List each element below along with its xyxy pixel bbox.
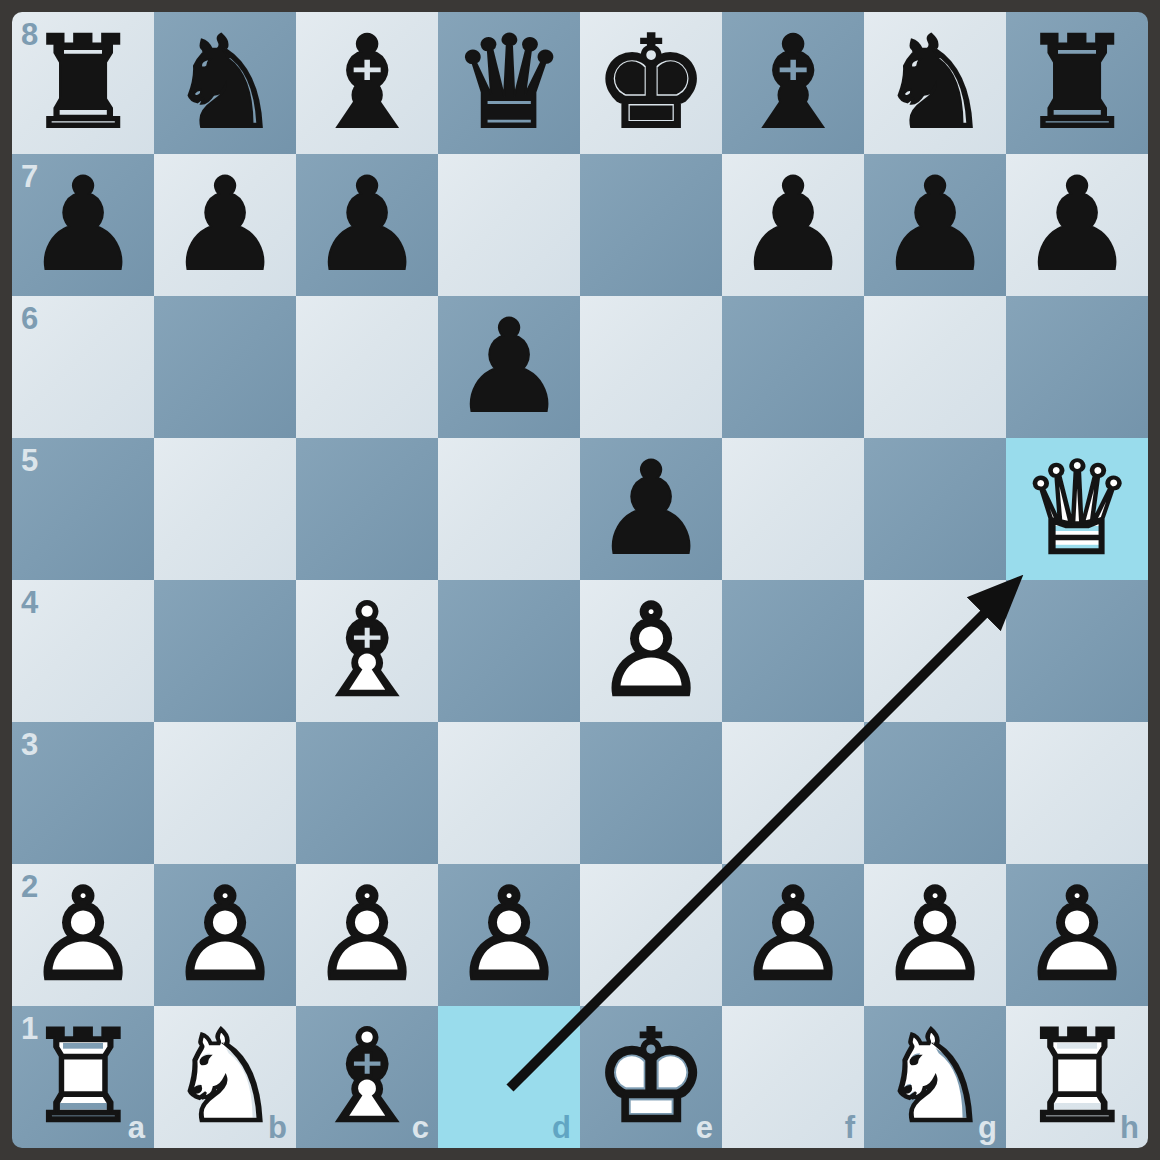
piece-white-pawn[interactable]: ♟♙ bbox=[296, 864, 438, 1006]
square-e2[interactable] bbox=[580, 864, 722, 1006]
square-f6[interactable] bbox=[722, 296, 864, 438]
piece-white-pawn[interactable]: ♟♙ bbox=[12, 864, 154, 1006]
piece-black-pawn[interactable]: ♟ bbox=[296, 154, 438, 296]
square-g8[interactable]: ♞ bbox=[864, 12, 1006, 154]
square-g7[interactable]: ♟ bbox=[864, 154, 1006, 296]
pawn-outline-icon: ♙ bbox=[1006, 864, 1148, 1006]
square-d2[interactable]: ♟♙ bbox=[438, 864, 580, 1006]
pawn-outline-icon: ♙ bbox=[864, 864, 1006, 1006]
square-e6[interactable] bbox=[580, 296, 722, 438]
square-c5[interactable] bbox=[296, 438, 438, 580]
square-b7[interactable]: ♟ bbox=[154, 154, 296, 296]
rook-outline-icon: ♖ bbox=[12, 1006, 154, 1148]
square-b5[interactable] bbox=[154, 438, 296, 580]
square-c6[interactable] bbox=[296, 296, 438, 438]
square-g1[interactable]: g♞♘ bbox=[864, 1006, 1006, 1148]
king-icon: ♚ bbox=[580, 12, 722, 154]
chess-board: 8♜♞♝♛♚♝♞♜7♟♟♟♟♟♟6♟5♟♛♕4♝♗♟♙32♟♙♟♙♟♙♟♙♟♙♟… bbox=[12, 12, 1148, 1148]
square-c4[interactable]: ♝♗ bbox=[296, 580, 438, 722]
square-d4[interactable] bbox=[438, 580, 580, 722]
square-f7[interactable]: ♟ bbox=[722, 154, 864, 296]
knight-outline-icon: ♘ bbox=[154, 1006, 296, 1148]
square-c3[interactable] bbox=[296, 722, 438, 864]
pawn-icon: ♟ bbox=[580, 438, 722, 580]
square-h2[interactable]: ♟♙ bbox=[1006, 864, 1148, 1006]
square-b3[interactable] bbox=[154, 722, 296, 864]
piece-black-rook[interactable]: ♜ bbox=[12, 12, 154, 154]
rank-label-3: 3 bbox=[21, 729, 38, 760]
square-g3[interactable] bbox=[864, 722, 1006, 864]
piece-black-knight[interactable]: ♞ bbox=[864, 12, 1006, 154]
piece-black-pawn[interactable]: ♟ bbox=[12, 154, 154, 296]
pawn-icon: ♟ bbox=[296, 154, 438, 296]
rank-label-4: 4 bbox=[21, 587, 38, 618]
square-c8[interactable]: ♝ bbox=[296, 12, 438, 154]
square-g5[interactable] bbox=[864, 438, 1006, 580]
square-e7[interactable] bbox=[580, 154, 722, 296]
square-g4[interactable] bbox=[864, 580, 1006, 722]
piece-white-bishop[interactable]: ♝♗ bbox=[296, 580, 438, 722]
pawn-outline-icon: ♙ bbox=[580, 580, 722, 722]
square-h7[interactable]: ♟ bbox=[1006, 154, 1148, 296]
piece-black-knight[interactable]: ♞ bbox=[154, 12, 296, 154]
pawn-outline-icon: ♙ bbox=[12, 864, 154, 1006]
piece-black-king[interactable]: ♚ bbox=[580, 12, 722, 154]
pawn-outline-icon: ♙ bbox=[722, 864, 864, 1006]
rank-label-5: 5 bbox=[21, 445, 38, 476]
bishop-outline-icon: ♗ bbox=[296, 580, 438, 722]
square-d3[interactable] bbox=[438, 722, 580, 864]
square-a4[interactable]: 4 bbox=[12, 580, 154, 722]
piece-black-pawn[interactable]: ♟ bbox=[154, 154, 296, 296]
square-g6[interactable] bbox=[864, 296, 1006, 438]
square-h1[interactable]: h♜♖ bbox=[1006, 1006, 1148, 1148]
pawn-icon: ♟ bbox=[12, 154, 154, 296]
pawn-icon: ♟ bbox=[864, 154, 1006, 296]
square-d1[interactable]: d bbox=[438, 1006, 580, 1148]
square-f3[interactable] bbox=[722, 722, 864, 864]
piece-black-rook[interactable]: ♜ bbox=[1006, 12, 1148, 154]
king-outline-icon: ♔ bbox=[580, 1006, 722, 1148]
square-h8[interactable]: ♜ bbox=[1006, 12, 1148, 154]
piece-black-pawn[interactable]: ♟ bbox=[438, 296, 580, 438]
file-label-d: d bbox=[552, 1112, 571, 1143]
pawn-icon: ♟ bbox=[1006, 154, 1148, 296]
square-b6[interactable] bbox=[154, 296, 296, 438]
piece-black-bishop[interactable]: ♝ bbox=[722, 12, 864, 154]
pawn-outline-icon: ♙ bbox=[296, 864, 438, 1006]
queen-outline-icon: ♕ bbox=[1006, 438, 1148, 580]
piece-white-queen[interactable]: ♛♕ bbox=[1006, 438, 1148, 580]
square-d8[interactable]: ♛ bbox=[438, 12, 580, 154]
piece-white-rook[interactable]: ♜♖ bbox=[12, 1006, 154, 1148]
square-h5[interactable]: ♛♕ bbox=[1006, 438, 1148, 580]
square-e5[interactable]: ♟ bbox=[580, 438, 722, 580]
piece-black-pawn[interactable]: ♟ bbox=[864, 154, 1006, 296]
rook-outline-icon: ♖ bbox=[1006, 1006, 1148, 1148]
piece-white-pawn[interactable]: ♟♙ bbox=[580, 580, 722, 722]
piece-white-pawn[interactable]: ♟♙ bbox=[864, 864, 1006, 1006]
square-d7[interactable] bbox=[438, 154, 580, 296]
pawn-outline-icon: ♙ bbox=[438, 864, 580, 1006]
square-a8[interactable]: 8♜ bbox=[12, 12, 154, 154]
square-e1[interactable]: e♚♔ bbox=[580, 1006, 722, 1148]
square-f1[interactable]: f bbox=[722, 1006, 864, 1148]
piece-white-pawn[interactable]: ♟♙ bbox=[438, 864, 580, 1006]
square-h3[interactable] bbox=[1006, 722, 1148, 864]
square-b2[interactable]: ♟♙ bbox=[154, 864, 296, 1006]
square-c7[interactable]: ♟ bbox=[296, 154, 438, 296]
square-d5[interactable] bbox=[438, 438, 580, 580]
knight-icon: ♞ bbox=[154, 12, 296, 154]
bishop-icon: ♝ bbox=[296, 12, 438, 154]
square-h4[interactable] bbox=[1006, 580, 1148, 722]
knight-icon: ♞ bbox=[864, 12, 1006, 154]
piece-black-pawn[interactable]: ♟ bbox=[722, 154, 864, 296]
piece-black-queen[interactable]: ♛ bbox=[438, 12, 580, 154]
piece-white-bishop[interactable]: ♝♗ bbox=[296, 1006, 438, 1148]
rook-icon: ♜ bbox=[12, 12, 154, 154]
piece-white-pawn[interactable]: ♟♙ bbox=[1006, 864, 1148, 1006]
square-e4[interactable]: ♟♙ bbox=[580, 580, 722, 722]
piece-white-knight[interactable]: ♞♘ bbox=[154, 1006, 296, 1148]
square-h6[interactable] bbox=[1006, 296, 1148, 438]
pawn-icon: ♟ bbox=[154, 154, 296, 296]
square-c1[interactable]: c♝♗ bbox=[296, 1006, 438, 1148]
bishop-icon: ♝ bbox=[722, 12, 864, 154]
pawn-icon: ♟ bbox=[722, 154, 864, 296]
piece-white-rook[interactable]: ♜♖ bbox=[1006, 1006, 1148, 1148]
square-b4[interactable] bbox=[154, 580, 296, 722]
square-c2[interactable]: ♟♙ bbox=[296, 864, 438, 1006]
square-b8[interactable]: ♞ bbox=[154, 12, 296, 154]
board-frame: 8♜♞♝♛♚♝♞♜7♟♟♟♟♟♟6♟5♟♛♕4♝♗♟♙32♟♙♟♙♟♙♟♙♟♙♟… bbox=[0, 0, 1160, 1160]
piece-black-pawn[interactable]: ♟ bbox=[580, 438, 722, 580]
piece-white-pawn[interactable]: ♟♙ bbox=[154, 864, 296, 1006]
square-f4[interactable] bbox=[722, 580, 864, 722]
square-e3[interactable] bbox=[580, 722, 722, 864]
knight-outline-icon: ♘ bbox=[864, 1006, 1006, 1148]
square-f8[interactable]: ♝ bbox=[722, 12, 864, 154]
pawn-icon: ♟ bbox=[438, 296, 580, 438]
bishop-outline-icon: ♗ bbox=[296, 1006, 438, 1148]
square-f2[interactable]: ♟♙ bbox=[722, 864, 864, 1006]
queen-icon: ♛ bbox=[438, 12, 580, 154]
square-a6[interactable]: 6 bbox=[12, 296, 154, 438]
square-a2[interactable]: 2♟♙ bbox=[12, 864, 154, 1006]
piece-white-pawn[interactable]: ♟♙ bbox=[722, 864, 864, 1006]
square-a1[interactable]: 1a♜♖ bbox=[12, 1006, 154, 1148]
square-f5[interactable] bbox=[722, 438, 864, 580]
square-e8[interactable]: ♚ bbox=[580, 12, 722, 154]
square-b1[interactable]: b♞♘ bbox=[154, 1006, 296, 1148]
rook-icon: ♜ bbox=[1006, 12, 1148, 154]
file-label-f: f bbox=[845, 1112, 855, 1143]
square-a5[interactable]: 5 bbox=[12, 438, 154, 580]
piece-white-knight[interactable]: ♞♘ bbox=[864, 1006, 1006, 1148]
square-a7[interactable]: 7♟ bbox=[12, 154, 154, 296]
square-d6[interactable]: ♟ bbox=[438, 296, 580, 438]
square-a3[interactable]: 3 bbox=[12, 722, 154, 864]
piece-white-king[interactable]: ♚♔ bbox=[580, 1006, 722, 1148]
pawn-outline-icon: ♙ bbox=[154, 864, 296, 1006]
rank-label-6: 6 bbox=[21, 303, 38, 334]
square-g2[interactable]: ♟♙ bbox=[864, 864, 1006, 1006]
piece-black-pawn[interactable]: ♟ bbox=[1006, 154, 1148, 296]
piece-black-bishop[interactable]: ♝ bbox=[296, 12, 438, 154]
